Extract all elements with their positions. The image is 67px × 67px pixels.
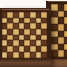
right-board-square-c8[interactable]: [64, 4, 67, 11]
right-board-square-c7[interactable]: [64, 11, 67, 18]
left-board-squares-grid: [2, 12, 48, 58]
right-board-square-c3[interactable]: [64, 37, 67, 44]
right-board-square-a1[interactable]: [51, 50, 58, 57]
right-board-square-b8[interactable]: [58, 4, 65, 11]
right-board-square-b3[interactable]: [58, 37, 65, 44]
right-board-square-a5[interactable]: [51, 24, 58, 31]
right-board-square-c4[interactable]: [64, 31, 67, 38]
right-board-square-a8[interactable]: [51, 4, 58, 11]
right-board-square-c1[interactable]: [64, 50, 67, 57]
right-board-square-a7[interactable]: [51, 11, 58, 18]
right-board-edge-highlight-strip: [48, 1, 67, 2]
product-photo-scene: [0, 0, 67, 67]
left-board-edge-highlight-strip: [2, 9, 49, 10]
right-board-square-c2[interactable]: [64, 44, 67, 51]
left-board-square-h1[interactable]: [41, 52, 47, 58]
right-board-square-b1[interactable]: [58, 50, 65, 57]
right-board-square-a2[interactable]: [51, 44, 58, 51]
right-board-square-c5[interactable]: [64, 24, 67, 31]
right-board-square-b4[interactable]: [58, 31, 65, 38]
right-board-squares-grid: [51, 4, 67, 57]
right-board-square-b7[interactable]: [58, 11, 65, 18]
right-board-square-a4[interactable]: [51, 31, 58, 38]
right-board-square-a6[interactable]: [51, 17, 58, 24]
right-board-square-b2[interactable]: [58, 44, 65, 51]
right-board-square-c6[interactable]: [64, 17, 67, 24]
right-board-square-b5[interactable]: [58, 24, 65, 31]
right-board-square-a3[interactable]: [51, 37, 58, 44]
right-board-square-b6[interactable]: [58, 17, 65, 24]
left-chessboard: [0, 8, 51, 67]
